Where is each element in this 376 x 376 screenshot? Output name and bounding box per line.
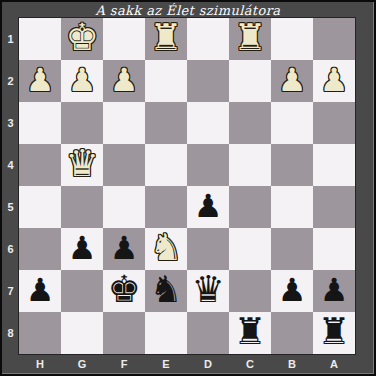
black-pawn[interactable]: ♟: [26, 274, 55, 306]
white-rook[interactable]: ♜: [149, 19, 182, 56]
rank-label-4: 4: [2, 144, 19, 186]
square-e2[interactable]: [145, 60, 187, 102]
white-knight[interactable]: ♞: [149, 229, 182, 266]
white-pawn[interactable]: ♟: [68, 64, 97, 96]
square-c1[interactable]: ♜: [229, 18, 271, 60]
file-label-d: D: [187, 354, 229, 374]
square-f6[interactable]: ♟: [103, 228, 145, 270]
square-a3[interactable]: [313, 102, 355, 144]
black-pawn[interactable]: ♟: [68, 232, 97, 264]
square-e4[interactable]: [145, 144, 187, 186]
square-d5[interactable]: ♟: [187, 186, 229, 228]
square-c7[interactable]: [229, 270, 271, 312]
square-c8[interactable]: ♜: [229, 312, 271, 354]
rank-label-5: 5: [2, 186, 19, 228]
rank-label-1: 1: [2, 18, 19, 60]
square-h8[interactable]: [19, 312, 61, 354]
square-h4[interactable]: [19, 144, 61, 186]
square-a7[interactable]: ♟: [313, 270, 355, 312]
square-f2[interactable]: ♟: [103, 60, 145, 102]
white-pawn[interactable]: ♟: [278, 64, 307, 96]
square-h2[interactable]: ♟: [19, 60, 61, 102]
square-f1[interactable]: [103, 18, 145, 60]
rank-label-6: 6: [2, 228, 19, 270]
black-rook[interactable]: ♜: [233, 313, 266, 350]
square-a5[interactable]: [313, 186, 355, 228]
file-label-g: G: [61, 354, 103, 374]
black-queen[interactable]: ♛: [191, 271, 224, 308]
square-b5[interactable]: [271, 186, 313, 228]
square-e3[interactable]: [145, 102, 187, 144]
file-label-h: H: [19, 354, 61, 374]
square-f5[interactable]: [103, 186, 145, 228]
square-a6[interactable]: [313, 228, 355, 270]
square-g8[interactable]: [61, 312, 103, 354]
white-rook[interactable]: ♜: [233, 19, 266, 56]
square-g1[interactable]: ♚: [61, 18, 103, 60]
square-h6[interactable]: [19, 228, 61, 270]
square-g6[interactable]: ♟: [61, 228, 103, 270]
square-g7[interactable]: [61, 270, 103, 312]
square-b8[interactable]: [271, 312, 313, 354]
rank-label-3: 3: [2, 102, 19, 144]
square-c3[interactable]: [229, 102, 271, 144]
square-b4[interactable]: [271, 144, 313, 186]
white-king[interactable]: ♚: [65, 19, 98, 56]
file-label-b: B: [271, 354, 313, 374]
rank-label-2: 2: [2, 60, 19, 102]
square-h3[interactable]: [19, 102, 61, 144]
square-d8[interactable]: [187, 312, 229, 354]
square-h5[interactable]: [19, 186, 61, 228]
square-e6[interactable]: ♞: [145, 228, 187, 270]
square-e5[interactable]: [145, 186, 187, 228]
black-pawn[interactable]: ♟: [194, 190, 223, 222]
square-d3[interactable]: [187, 102, 229, 144]
file-label-f: F: [103, 354, 145, 374]
square-e7[interactable]: ♞: [145, 270, 187, 312]
square-c6[interactable]: [229, 228, 271, 270]
square-g5[interactable]: [61, 186, 103, 228]
file-labels: HGFEDCBA: [19, 354, 355, 374]
white-queen[interactable]: ♛: [65, 145, 98, 182]
square-b3[interactable]: [271, 102, 313, 144]
black-rook[interactable]: ♜: [317, 313, 350, 350]
square-c5[interactable]: [229, 186, 271, 228]
file-label-a: A: [313, 354, 355, 374]
square-d1[interactable]: [187, 18, 229, 60]
file-label-e: E: [145, 354, 187, 374]
square-f3[interactable]: [103, 102, 145, 144]
square-d4[interactable]: [187, 144, 229, 186]
black-pawn[interactable]: ♟: [320, 274, 349, 306]
chess-board[interactable]: ♚♜♜♟♟♟♟♟♛♟♟♟♞♟♚♞♛♟♟♜♜: [19, 18, 355, 354]
square-g2[interactable]: ♟: [61, 60, 103, 102]
rank-label-7: 7: [2, 270, 19, 312]
square-f7[interactable]: ♚: [103, 270, 145, 312]
black-pawn[interactable]: ♟: [110, 232, 139, 264]
square-d7[interactable]: ♛: [187, 270, 229, 312]
square-a4[interactable]: [313, 144, 355, 186]
square-h1[interactable]: [19, 18, 61, 60]
square-d2[interactable]: [187, 60, 229, 102]
square-b6[interactable]: [271, 228, 313, 270]
rank-label-8: 8: [2, 312, 19, 354]
square-a8[interactable]: ♜: [313, 312, 355, 354]
white-pawn[interactable]: ♟: [26, 64, 55, 96]
square-b7[interactable]: ♟: [271, 270, 313, 312]
square-h7[interactable]: ♟: [19, 270, 61, 312]
square-d6[interactable]: [187, 228, 229, 270]
title: A sakk az Élet szimulátora: [2, 2, 374, 18]
black-king[interactable]: ♚: [107, 271, 140, 308]
square-f4[interactable]: [103, 144, 145, 186]
white-pawn[interactable]: ♟: [320, 64, 349, 96]
square-f8[interactable]: [103, 312, 145, 354]
square-a1[interactable]: [313, 18, 355, 60]
square-c2[interactable]: [229, 60, 271, 102]
square-a2[interactable]: ♟: [313, 60, 355, 102]
square-g4[interactable]: ♛: [61, 144, 103, 186]
square-e8[interactable]: [145, 312, 187, 354]
black-knight[interactable]: ♞: [149, 271, 182, 308]
square-g3[interactable]: [61, 102, 103, 144]
black-pawn[interactable]: ♟: [278, 274, 307, 306]
square-e1[interactable]: ♜: [145, 18, 187, 60]
square-b1[interactable]: [271, 18, 313, 60]
square-b2[interactable]: ♟: [271, 60, 313, 102]
square-c4[interactable]: [229, 144, 271, 186]
board-frame: A sakk az Élet szimulátora 12345678 ♚♜♜♟…: [0, 0, 376, 376]
rank-labels: 12345678: [2, 18, 19, 354]
white-pawn[interactable]: ♟: [110, 64, 139, 96]
file-label-c: C: [229, 354, 271, 374]
